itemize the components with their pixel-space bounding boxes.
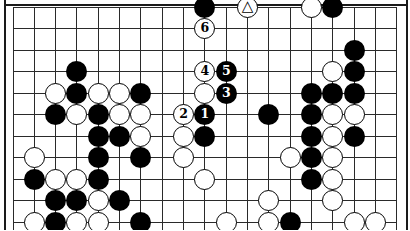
stone-white xyxy=(322,61,343,82)
stone-black xyxy=(45,190,66,211)
grid-line-vertical xyxy=(290,7,291,230)
board-frame-right xyxy=(406,0,408,230)
stone-black xyxy=(109,126,130,147)
stone-black xyxy=(130,147,151,168)
stone-white xyxy=(109,104,130,125)
stone-white xyxy=(66,169,87,190)
stone-black xyxy=(301,83,322,104)
stone-black xyxy=(344,126,365,147)
grid-line-vertical xyxy=(396,7,397,230)
stone-black xyxy=(66,61,87,82)
stone-white-move-2: 2 xyxy=(173,104,194,125)
stone-black xyxy=(258,104,279,125)
stone-black xyxy=(45,212,66,231)
stone-black xyxy=(301,104,322,125)
grid-line-vertical xyxy=(34,7,35,230)
stone-white xyxy=(216,212,237,231)
stone-black xyxy=(344,83,365,104)
stone-black xyxy=(322,0,343,18)
stone-white xyxy=(365,212,386,231)
stone-black xyxy=(24,169,45,190)
stone-black xyxy=(344,61,365,82)
stone-white xyxy=(258,212,279,231)
stone-black xyxy=(88,169,109,190)
stone-black xyxy=(109,190,130,211)
stone-black xyxy=(130,83,151,104)
stone-black-move-1: 1 xyxy=(194,104,215,125)
stone-white xyxy=(194,83,215,104)
stone-white xyxy=(322,190,343,211)
grid-line-vertical xyxy=(162,7,163,230)
stone-black-move-3: 3 xyxy=(216,83,237,104)
stone-white xyxy=(45,169,66,190)
stone-black xyxy=(88,147,109,168)
stone-black-move-5: 5 xyxy=(216,61,237,82)
stone-white xyxy=(344,212,365,231)
triangle-mark-icon: △ xyxy=(242,0,254,14)
stone-black xyxy=(88,126,109,147)
stone-white xyxy=(88,83,109,104)
stone-white xyxy=(173,147,194,168)
stone-white xyxy=(322,169,343,190)
stone-white xyxy=(322,126,343,147)
stone-white xyxy=(280,147,301,168)
stone-white xyxy=(258,190,279,211)
stone-white xyxy=(322,147,343,168)
stone-black xyxy=(66,190,87,211)
stone-white xyxy=(344,104,365,125)
stone-white xyxy=(88,212,109,231)
stone-black xyxy=(66,83,87,104)
stone-white xyxy=(109,83,130,104)
grid-line-horizontal xyxy=(13,50,397,51)
stone-black xyxy=(301,169,322,190)
stone-black xyxy=(322,83,343,104)
stone-white-move-4: 4 xyxy=(194,61,215,82)
stone-white xyxy=(130,126,151,147)
stone-black xyxy=(280,212,301,231)
stone-white xyxy=(88,190,109,211)
grid-line-vertical xyxy=(226,7,227,230)
stone-black xyxy=(130,212,151,231)
stone-white xyxy=(173,126,194,147)
stone-black xyxy=(301,147,322,168)
stone-black xyxy=(194,126,215,147)
board-frame-left xyxy=(4,0,6,230)
stone-white xyxy=(24,147,45,168)
stone-black xyxy=(301,126,322,147)
stone-black xyxy=(194,0,215,18)
stone-black xyxy=(344,40,365,61)
stone-white xyxy=(24,212,45,231)
go-diagram: △645321 xyxy=(0,0,410,230)
stone-white xyxy=(45,83,66,104)
grid-line-vertical xyxy=(247,7,248,230)
stone-white xyxy=(66,212,87,231)
stone-white xyxy=(301,0,322,18)
stone-white xyxy=(66,104,87,125)
stone-white-triangle-marked: △ xyxy=(237,0,258,18)
grid-line-vertical xyxy=(375,7,376,230)
stone-white xyxy=(130,104,151,125)
stone-black xyxy=(45,104,66,125)
stone-black xyxy=(88,104,109,125)
stone-white-move-6: 6 xyxy=(194,18,215,39)
stone-white xyxy=(194,169,215,190)
stone-white xyxy=(322,104,343,125)
grid-line-vertical xyxy=(13,7,14,230)
